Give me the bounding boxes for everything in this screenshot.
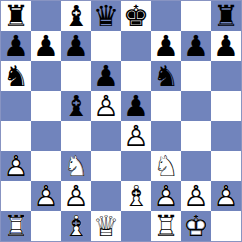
square-a3[interactable]: ♟♙ xyxy=(1,151,31,181)
square-a8[interactable]: ♜ xyxy=(1,1,31,31)
square-b5[interactable] xyxy=(31,91,61,121)
square-h5[interactable] xyxy=(211,91,241,121)
white-pawn-icon: ♟♙ xyxy=(31,181,61,211)
square-f3[interactable]: ♞♘ xyxy=(151,151,181,181)
chess-board: ♜♝♛♚♜♟♟♟♟♟♟♞♟♞♝♟♙♟♟♙♟♙♞♘♞♘♟♙♟♙♝♗♟♙♟♙♟♙♜♖… xyxy=(0,0,242,242)
square-f5[interactable] xyxy=(151,91,181,121)
square-e5[interactable]: ♟ xyxy=(121,91,151,121)
white-pawn-icon: ♟♙ xyxy=(61,181,91,211)
black-pawn-icon: ♟ xyxy=(181,31,211,61)
square-b8[interactable] xyxy=(31,1,61,31)
square-a2[interactable] xyxy=(1,181,31,211)
square-b1[interactable] xyxy=(31,211,61,241)
square-d4[interactable] xyxy=(91,121,121,151)
square-f8[interactable] xyxy=(151,1,181,31)
black-king-icon: ♚ xyxy=(121,1,151,31)
square-c4[interactable] xyxy=(61,121,91,151)
square-a5[interactable] xyxy=(1,91,31,121)
white-pawn-icon: ♟♙ xyxy=(1,151,31,181)
square-g3[interactable] xyxy=(181,151,211,181)
white-pawn-icon: ♟♙ xyxy=(151,181,181,211)
square-g6[interactable] xyxy=(181,61,211,91)
black-rook-icon: ♜ xyxy=(1,1,31,31)
square-c5[interactable]: ♝ xyxy=(61,91,91,121)
white-bishop-icon: ♝♗ xyxy=(121,181,151,211)
square-h7[interactable]: ♟ xyxy=(211,31,241,61)
white-bishop-icon: ♝♗ xyxy=(61,211,91,241)
black-pawn-icon: ♟ xyxy=(151,31,181,61)
square-f7[interactable]: ♟ xyxy=(151,31,181,61)
square-d7[interactable] xyxy=(91,31,121,61)
black-knight-icon: ♞ xyxy=(1,61,31,91)
black-queen-icon: ♛ xyxy=(91,1,121,31)
white-pawn-icon: ♟♙ xyxy=(91,91,121,121)
square-g5[interactable] xyxy=(181,91,211,121)
square-c8[interactable]: ♝ xyxy=(61,1,91,31)
black-pawn-icon: ♟ xyxy=(211,31,241,61)
square-e8[interactable]: ♚ xyxy=(121,1,151,31)
square-d6[interactable]: ♟ xyxy=(91,61,121,91)
square-d5[interactable]: ♟♙ xyxy=(91,91,121,121)
square-c2[interactable]: ♟♙ xyxy=(61,181,91,211)
white-rook-icon: ♜♖ xyxy=(151,211,181,241)
square-a1[interactable]: ♜♖ xyxy=(1,211,31,241)
square-c1[interactable]: ♝♗ xyxy=(61,211,91,241)
white-queen-icon: ♛♕ xyxy=(91,211,121,241)
square-a7[interactable]: ♟ xyxy=(1,31,31,61)
black-pawn-icon: ♟ xyxy=(1,31,31,61)
square-a6[interactable]: ♞ xyxy=(1,61,31,91)
square-a4[interactable] xyxy=(1,121,31,151)
square-f6[interactable]: ♞ xyxy=(151,61,181,91)
square-b3[interactable] xyxy=(31,151,61,181)
square-d1[interactable]: ♛♕ xyxy=(91,211,121,241)
square-g2[interactable]: ♟♙ xyxy=(181,181,211,211)
square-e6[interactable] xyxy=(121,61,151,91)
square-e2[interactable]: ♝♗ xyxy=(121,181,151,211)
square-g1[interactable]: ♚♔ xyxy=(181,211,211,241)
square-f2[interactable]: ♟♙ xyxy=(151,181,181,211)
white-rook-icon: ♜♖ xyxy=(1,211,31,241)
square-e3[interactable] xyxy=(121,151,151,181)
black-pawn-icon: ♟ xyxy=(61,31,91,61)
square-h3[interactable] xyxy=(211,151,241,181)
white-pawn-icon: ♟♙ xyxy=(181,181,211,211)
square-h1[interactable] xyxy=(211,211,241,241)
square-e7[interactable] xyxy=(121,31,151,61)
square-f4[interactable] xyxy=(151,121,181,151)
square-g7[interactable]: ♟ xyxy=(181,31,211,61)
white-knight-icon: ♞♘ xyxy=(151,151,181,181)
square-h2[interactable]: ♟♙ xyxy=(211,181,241,211)
white-pawn-icon: ♟♙ xyxy=(121,121,151,151)
square-d3[interactable] xyxy=(91,151,121,181)
white-knight-icon: ♞♘ xyxy=(61,151,91,181)
square-e4[interactable]: ♟♙ xyxy=(121,121,151,151)
black-pawn-icon: ♟ xyxy=(31,31,61,61)
white-king-icon: ♚♔ xyxy=(181,211,211,241)
square-f1[interactable]: ♜♖ xyxy=(151,211,181,241)
square-h6[interactable] xyxy=(211,61,241,91)
black-pawn-icon: ♟ xyxy=(121,91,151,121)
square-c3[interactable]: ♞♘ xyxy=(61,151,91,181)
square-d2[interactable] xyxy=(91,181,121,211)
white-pawn-icon: ♟♙ xyxy=(211,181,241,211)
square-c7[interactable]: ♟ xyxy=(61,31,91,61)
black-bishop-icon: ♝ xyxy=(61,1,91,31)
square-g8[interactable] xyxy=(181,1,211,31)
square-b7[interactable]: ♟ xyxy=(31,31,61,61)
square-b6[interactable] xyxy=(31,61,61,91)
square-g4[interactable] xyxy=(181,121,211,151)
square-d8[interactable]: ♛ xyxy=(91,1,121,31)
square-e1[interactable] xyxy=(121,211,151,241)
black-rook-icon: ♜ xyxy=(211,1,241,31)
square-b2[interactable]: ♟♙ xyxy=(31,181,61,211)
black-knight-icon: ♞ xyxy=(151,61,181,91)
square-h4[interactable] xyxy=(211,121,241,151)
black-bishop-icon: ♝ xyxy=(61,91,91,121)
black-pawn-icon: ♟ xyxy=(91,61,121,91)
square-b4[interactable] xyxy=(31,121,61,151)
square-c6[interactable] xyxy=(61,61,91,91)
square-h8[interactable]: ♜ xyxy=(211,1,241,31)
